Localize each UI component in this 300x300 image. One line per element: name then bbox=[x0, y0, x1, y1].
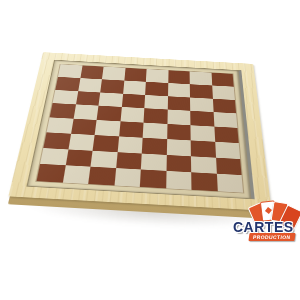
square-f5 bbox=[167, 110, 190, 126]
square-e2 bbox=[141, 153, 167, 171]
square-a8 bbox=[58, 64, 82, 78]
square-b4 bbox=[71, 119, 97, 135]
square-b5 bbox=[73, 105, 98, 120]
square-e1 bbox=[140, 170, 166, 189]
square-g2 bbox=[191, 156, 216, 174]
square-f1 bbox=[166, 171, 192, 190]
square-c1 bbox=[88, 167, 115, 186]
chessboard bbox=[8, 52, 271, 211]
square-c2 bbox=[90, 150, 117, 168]
square-b3 bbox=[68, 134, 95, 151]
square-g4 bbox=[190, 125, 214, 141]
square-e4 bbox=[143, 123, 167, 139]
square-h7 bbox=[212, 85, 235, 99]
square-f2 bbox=[166, 155, 191, 173]
square-f6 bbox=[167, 96, 190, 111]
square-h3 bbox=[215, 142, 240, 159]
product-photo: CARTES PRODUCTION bbox=[0, 0, 300, 300]
square-a3 bbox=[43, 132, 70, 149]
square-b6 bbox=[76, 91, 101, 106]
board-frame bbox=[8, 52, 271, 211]
square-c6 bbox=[98, 92, 122, 107]
square-g1 bbox=[191, 172, 217, 191]
square-d8 bbox=[124, 68, 147, 82]
square-d6 bbox=[121, 93, 145, 108]
square-e5 bbox=[144, 108, 168, 124]
checker-grid bbox=[37, 64, 244, 192]
square-c5 bbox=[97, 106, 122, 122]
square-b7 bbox=[78, 78, 102, 92]
board-surface bbox=[26, 60, 254, 199]
square-h4 bbox=[214, 127, 239, 143]
square-c3 bbox=[93, 135, 119, 152]
square-f3 bbox=[166, 139, 191, 156]
square-c8 bbox=[102, 67, 125, 81]
square-a2 bbox=[40, 148, 68, 166]
square-b1 bbox=[62, 165, 90, 184]
square-f7 bbox=[168, 83, 190, 97]
square-c4 bbox=[95, 120, 120, 136]
brand-subtitle: PRODUCTION bbox=[248, 233, 295, 241]
square-d2 bbox=[116, 152, 142, 170]
square-h6 bbox=[212, 98, 236, 113]
square-g6 bbox=[190, 97, 213, 112]
square-h2 bbox=[216, 157, 242, 175]
square-g5 bbox=[190, 111, 214, 127]
square-g7 bbox=[190, 84, 213, 98]
square-c7 bbox=[100, 79, 124, 93]
square-d1 bbox=[114, 168, 141, 187]
square-d7 bbox=[123, 80, 146, 94]
square-b2 bbox=[65, 149, 92, 167]
square-a7 bbox=[55, 77, 80, 91]
square-e3 bbox=[142, 138, 167, 155]
square-f8 bbox=[168, 70, 190, 84]
square-e7 bbox=[145, 82, 168, 96]
square-b8 bbox=[80, 66, 104, 80]
square-a4 bbox=[47, 117, 74, 133]
square-h1 bbox=[216, 174, 243, 193]
square-e8 bbox=[146, 69, 168, 83]
square-f4 bbox=[167, 124, 191, 140]
square-a6 bbox=[53, 90, 78, 105]
square-h8 bbox=[211, 73, 234, 87]
square-g3 bbox=[191, 140, 216, 157]
square-g8 bbox=[190, 72, 212, 86]
square-a5 bbox=[50, 103, 76, 118]
square-d4 bbox=[119, 121, 144, 137]
square-e6 bbox=[144, 95, 167, 110]
square-a1 bbox=[37, 164, 66, 183]
square-h5 bbox=[213, 112, 237, 128]
square-d5 bbox=[120, 107, 144, 123]
square-d3 bbox=[117, 136, 142, 153]
brand-logo: CARTES PRODUCTION bbox=[233, 201, 300, 247]
